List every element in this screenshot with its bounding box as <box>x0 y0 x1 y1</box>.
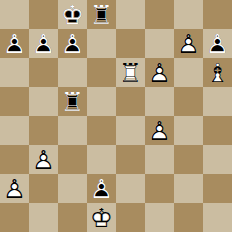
square-h3[interactable] <box>203 145 232 174</box>
square-h7[interactable]: ♟♙ <box>203 29 232 58</box>
square-b5[interactable] <box>29 87 58 116</box>
piece-black-pawn: ♟♙ <box>29 29 58 58</box>
black-pawn-outline-glyph: ♙ <box>206 31 229 57</box>
square-f4[interactable]: ♟♙ <box>145 116 174 145</box>
square-f2[interactable] <box>145 174 174 203</box>
square-h8[interactable] <box>203 0 232 29</box>
square-d6[interactable] <box>87 58 116 87</box>
piece-black-pawn: ♟♙ <box>0 29 29 58</box>
white-pawn-outline-glyph: ♙ <box>32 147 55 173</box>
square-f8[interactable] <box>145 0 174 29</box>
square-f3[interactable] <box>145 145 174 174</box>
piece-black-pawn: ♟♙ <box>87 174 116 203</box>
square-g7[interactable]: ♟♙ <box>174 29 203 58</box>
square-d1[interactable]: ♚♔ <box>87 203 116 232</box>
square-g3[interactable] <box>174 145 203 174</box>
square-f6[interactable]: ♟♙ <box>145 58 174 87</box>
white-pawn-outline-glyph: ♙ <box>148 60 171 86</box>
square-b1[interactable] <box>29 203 58 232</box>
square-f1[interactable] <box>145 203 174 232</box>
square-h5[interactable] <box>203 87 232 116</box>
square-g6[interactable] <box>174 58 203 87</box>
square-d4[interactable] <box>87 116 116 145</box>
square-c4[interactable] <box>58 116 87 145</box>
square-a3[interactable] <box>0 145 29 174</box>
square-c3[interactable] <box>58 145 87 174</box>
square-h6[interactable]: ♝♗ <box>203 58 232 87</box>
piece-black-pawn: ♟♙ <box>58 29 87 58</box>
square-b3[interactable]: ♟♙ <box>29 145 58 174</box>
piece-white-rook: ♜♖ <box>116 58 145 87</box>
square-h4[interactable] <box>203 116 232 145</box>
piece-white-pawn: ♟♙ <box>145 58 174 87</box>
white-pawn-outline-glyph: ♙ <box>177 31 200 57</box>
square-e6[interactable]: ♜♖ <box>116 58 145 87</box>
square-c5[interactable]: ♜♖ <box>58 87 87 116</box>
square-e2[interactable] <box>116 174 145 203</box>
square-e8[interactable] <box>116 0 145 29</box>
square-d8[interactable]: ♜♖ <box>87 0 116 29</box>
square-c1[interactable] <box>58 203 87 232</box>
square-a4[interactable] <box>0 116 29 145</box>
square-e4[interactable] <box>116 116 145 145</box>
black-pawn-outline-glyph: ♙ <box>61 31 84 57</box>
square-c7[interactable]: ♟♙ <box>58 29 87 58</box>
square-e3[interactable] <box>116 145 145 174</box>
square-b6[interactable] <box>29 58 58 87</box>
piece-black-rook: ♜♖ <box>58 87 87 116</box>
chess-board: ♚♔♜♖♟♙♟♙♟♙♟♙♟♙♜♖♟♙♝♗♜♖♟♙♟♙♟♙♟♙♚♔ <box>0 0 232 232</box>
square-g1[interactable] <box>174 203 203 232</box>
square-g4[interactable] <box>174 116 203 145</box>
piece-black-rook: ♜♖ <box>87 0 116 29</box>
black-king-outline-glyph: ♔ <box>61 2 84 28</box>
black-pawn-outline-glyph: ♙ <box>3 31 26 57</box>
piece-black-pawn: ♟♙ <box>203 29 232 58</box>
square-f5[interactable] <box>145 87 174 116</box>
square-c8[interactable]: ♚♔ <box>58 0 87 29</box>
piece-white-pawn: ♟♙ <box>29 145 58 174</box>
square-h1[interactable] <box>203 203 232 232</box>
square-a7[interactable]: ♟♙ <box>0 29 29 58</box>
square-b2[interactable] <box>29 174 58 203</box>
square-g2[interactable] <box>174 174 203 203</box>
piece-white-pawn: ♟♙ <box>174 29 203 58</box>
square-c6[interactable] <box>58 58 87 87</box>
white-bishop-outline-glyph: ♗ <box>206 60 229 86</box>
square-g5[interactable] <box>174 87 203 116</box>
square-e1[interactable] <box>116 203 145 232</box>
white-pawn-outline-glyph: ♙ <box>3 176 26 202</box>
white-rook-outline-glyph: ♖ <box>119 60 142 86</box>
square-e7[interactable] <box>116 29 145 58</box>
black-rook-outline-glyph: ♖ <box>61 89 84 115</box>
square-b8[interactable] <box>29 0 58 29</box>
piece-white-bishop: ♝♗ <box>203 58 232 87</box>
square-b7[interactable]: ♟♙ <box>29 29 58 58</box>
square-g8[interactable] <box>174 0 203 29</box>
square-d7[interactable] <box>87 29 116 58</box>
piece-white-king: ♚♔ <box>87 203 116 232</box>
square-b4[interactable] <box>29 116 58 145</box>
square-a2[interactable]: ♟♙ <box>0 174 29 203</box>
square-d3[interactable] <box>87 145 116 174</box>
square-d2[interactable]: ♟♙ <box>87 174 116 203</box>
square-h2[interactable] <box>203 174 232 203</box>
black-rook-outline-glyph: ♖ <box>90 2 113 28</box>
square-a5[interactable] <box>0 87 29 116</box>
white-king-outline-glyph: ♔ <box>90 205 113 231</box>
square-c2[interactable] <box>58 174 87 203</box>
square-e5[interactable] <box>116 87 145 116</box>
square-f7[interactable] <box>145 29 174 58</box>
piece-black-king: ♚♔ <box>58 0 87 29</box>
black-pawn-outline-glyph: ♙ <box>90 176 113 202</box>
piece-white-pawn: ♟♙ <box>145 116 174 145</box>
square-a1[interactable] <box>0 203 29 232</box>
square-d5[interactable] <box>87 87 116 116</box>
square-a8[interactable] <box>0 0 29 29</box>
square-a6[interactable] <box>0 58 29 87</box>
piece-white-pawn: ♟♙ <box>0 174 29 203</box>
white-pawn-outline-glyph: ♙ <box>148 118 171 144</box>
black-pawn-outline-glyph: ♙ <box>32 31 55 57</box>
